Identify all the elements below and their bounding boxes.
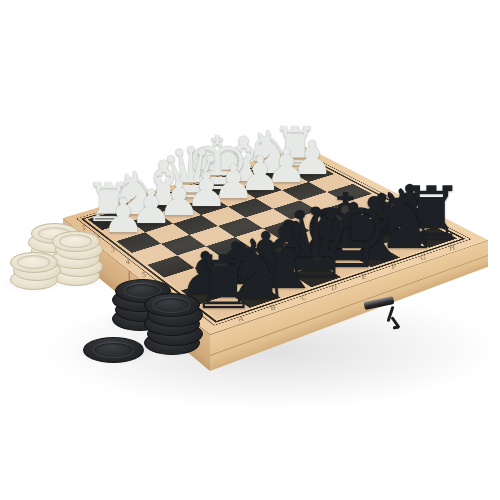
clasp-hook xyxy=(391,316,401,328)
checker-white[interactable] xyxy=(10,269,58,290)
clasp-hook xyxy=(387,306,395,322)
checker-white[interactable] xyxy=(13,260,61,281)
checker-top-ring xyxy=(93,342,134,359)
shadow xyxy=(74,346,154,360)
chess-set-photo: ABCDEFGH12345678♜♞♝♛♚♝♞♜♟♟♟♟♟♟♟♟♟♟♟♟♟♟♟♟… xyxy=(0,0,500,500)
box-fold-seam xyxy=(129,271,130,304)
checker-white[interactable] xyxy=(10,252,58,273)
shadow xyxy=(3,275,65,289)
checker-top-ring xyxy=(17,255,49,268)
clasp-hook xyxy=(393,326,399,330)
checker-black[interactable] xyxy=(83,337,144,363)
chess-board xyxy=(63,146,488,334)
